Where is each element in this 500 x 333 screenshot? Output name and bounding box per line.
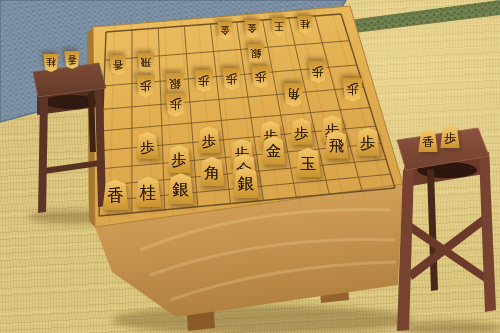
shogi-piece-角[interactable]: 角 (199, 157, 225, 187)
shogi-piece-歩[interactable]: 歩 (165, 93, 186, 117)
shogi-piece-歩[interactable]: 歩 (440, 126, 460, 148)
piece-face: 歩 (222, 68, 242, 90)
piece-kanji: 香 (107, 188, 123, 205)
piece-kanji: 銀 (238, 176, 254, 193)
shogi-piece-飛[interactable]: 飛 (324, 131, 349, 159)
piece-face: 桂 (297, 16, 313, 34)
piece-face: 歩 (440, 126, 460, 148)
piece-face: 金 (261, 136, 286, 164)
piece-kanji: 金 (221, 25, 231, 35)
piece-face: 歩 (165, 93, 186, 117)
shogi-piece-歩[interactable]: 歩 (222, 68, 242, 90)
shogi-piece-桂[interactable]: 桂 (297, 16, 313, 34)
shogi-piece-歩[interactable]: 歩 (194, 70, 214, 92)
piece-kanji: 香 (113, 59, 124, 70)
piece-kanji: 香 (67, 54, 77, 64)
piece-kanji: 銀 (169, 77, 181, 89)
piece-face: 銀 (247, 44, 265, 64)
piece-kanji: 歩 (255, 70, 267, 82)
scene: 金金王桂香飛銀歩銀歩歩歩歩歩角歩歩歩歩歩歩歩歩金飛歩角金玉香桂銀銀桂香香歩 (0, 0, 500, 333)
piece-face: 飛 (324, 131, 349, 159)
piece-face: 歩 (342, 78, 363, 102)
piece-face: 香 (418, 130, 438, 152)
piece-kanji: 銀 (173, 182, 189, 199)
piece-kanji: 金 (266, 144, 281, 159)
piece-face: 歩 (135, 132, 159, 159)
piece-face: 桂 (43, 54, 59, 72)
shogi-piece-歩[interactable]: 歩 (136, 75, 156, 97)
piece-kanji: 歩 (202, 134, 216, 148)
shogi-piece-歩[interactable]: 歩 (308, 61, 328, 83)
piece-face: 歩 (251, 66, 271, 88)
piece-face: 玉 (295, 148, 321, 178)
piece-kanji: 歩 (346, 82, 359, 95)
shogi-piece-香[interactable]: 香 (102, 180, 129, 211)
right-komadai-leg-rear (427, 169, 438, 291)
piece-kanji: 歩 (140, 140, 154, 154)
shogi-piece-香[interactable]: 香 (418, 130, 438, 152)
piece-face: 飛 (137, 53, 155, 73)
piece-kanji: 歩 (312, 65, 324, 77)
piece-kanji: 歩 (172, 153, 187, 168)
piece-kanji: 歩 (140, 79, 152, 91)
piece-face: 香 (64, 51, 80, 69)
shogi-piece-歩[interactable]: 歩 (342, 78, 363, 102)
shogi-piece-香[interactable]: 香 (109, 55, 127, 75)
piece-kanji: 飛 (329, 139, 344, 154)
shogi-piece-歩[interactable]: 歩 (251, 66, 271, 88)
shogi-piece-角[interactable]: 角 (283, 83, 304, 107)
piece-face: 金 (217, 22, 233, 40)
piece-face: 歩 (289, 118, 313, 145)
piece-face: 銀 (232, 167, 259, 198)
piece-face: 歩 (308, 61, 328, 83)
piece-kanji: 歩 (294, 126, 308, 140)
shogi-piece-銀[interactable]: 銀 (247, 44, 265, 64)
shogi-piece-歩[interactable]: 歩 (197, 126, 221, 153)
piece-kanji: 銀 (251, 47, 262, 58)
piece-face: 歩 (355, 128, 380, 156)
piece-face: 歩 (136, 75, 156, 97)
piece-face: 香 (109, 55, 127, 75)
piece-kanji: 王 (274, 21, 284, 31)
piece-kanji: 香 (422, 136, 434, 148)
shogi-piece-桂[interactable]: 桂 (134, 176, 161, 207)
shogi-piece-金[interactable]: 金 (217, 22, 233, 40)
shogi-piece-歩[interactable]: 歩 (289, 118, 313, 145)
piece-kanji: 飛 (141, 56, 152, 67)
piece-face: 桂 (134, 176, 161, 207)
piece-face: 角 (199, 157, 225, 187)
tatami-edge-strip (342, 0, 500, 34)
shogi-piece-桂[interactable]: 桂 (43, 54, 59, 72)
piece-face: 銀 (167, 173, 194, 204)
piece-face: 銀 (165, 73, 185, 95)
right-komadai-leg-front-right (479, 152, 496, 312)
piece-kanji: 歩 (197, 74, 209, 86)
piece-kanji: 角 (287, 87, 300, 100)
right-komadai (397, 128, 496, 331)
piece-face: 歩 (167, 145, 192, 173)
piece-face: 王 (271, 18, 287, 36)
piece-face: 歩 (194, 70, 214, 92)
right-stand-shadow (398, 321, 500, 333)
shogi-piece-銀[interactable]: 銀 (167, 173, 194, 204)
piece-kanji: 桂 (46, 57, 56, 67)
piece-kanji: 角 (204, 165, 220, 181)
piece-kanji: 玉 (300, 156, 316, 172)
shogi-piece-歩[interactable]: 歩 (135, 132, 159, 159)
shogi-piece-飛[interactable]: 飛 (137, 53, 155, 73)
piece-kanji: 歩 (226, 72, 238, 84)
piece-face: 角 (283, 83, 304, 107)
piece-kanji: 歩 (444, 132, 456, 144)
shogi-piece-金[interactable]: 金 (261, 136, 286, 164)
shogi-piece-香[interactable]: 香 (64, 51, 80, 69)
piece-kanji: 歩 (170, 97, 183, 110)
shogi-piece-歩[interactable]: 歩 (167, 145, 192, 173)
piece-kanji: 金 (247, 23, 257, 33)
board-shadow (112, 305, 412, 333)
shogi-piece-金[interactable]: 金 (244, 20, 260, 38)
piece-face: 歩 (197, 126, 221, 153)
shogi-piece-歩[interactable]: 歩 (355, 128, 380, 156)
shogi-piece-王[interactable]: 王 (271, 18, 287, 36)
piece-kanji: 歩 (360, 136, 375, 151)
piece-kanji: 桂 (300, 19, 310, 29)
shogi-piece-銀[interactable]: 銀 (165, 73, 185, 95)
piece-face: 金 (244, 20, 260, 38)
piece-kanji: 桂 (140, 185, 156, 202)
shogi-piece-玉[interactable]: 玉 (295, 148, 321, 178)
piece-face: 香 (102, 180, 129, 211)
shogi-piece-銀[interactable]: 銀 (232, 167, 259, 198)
